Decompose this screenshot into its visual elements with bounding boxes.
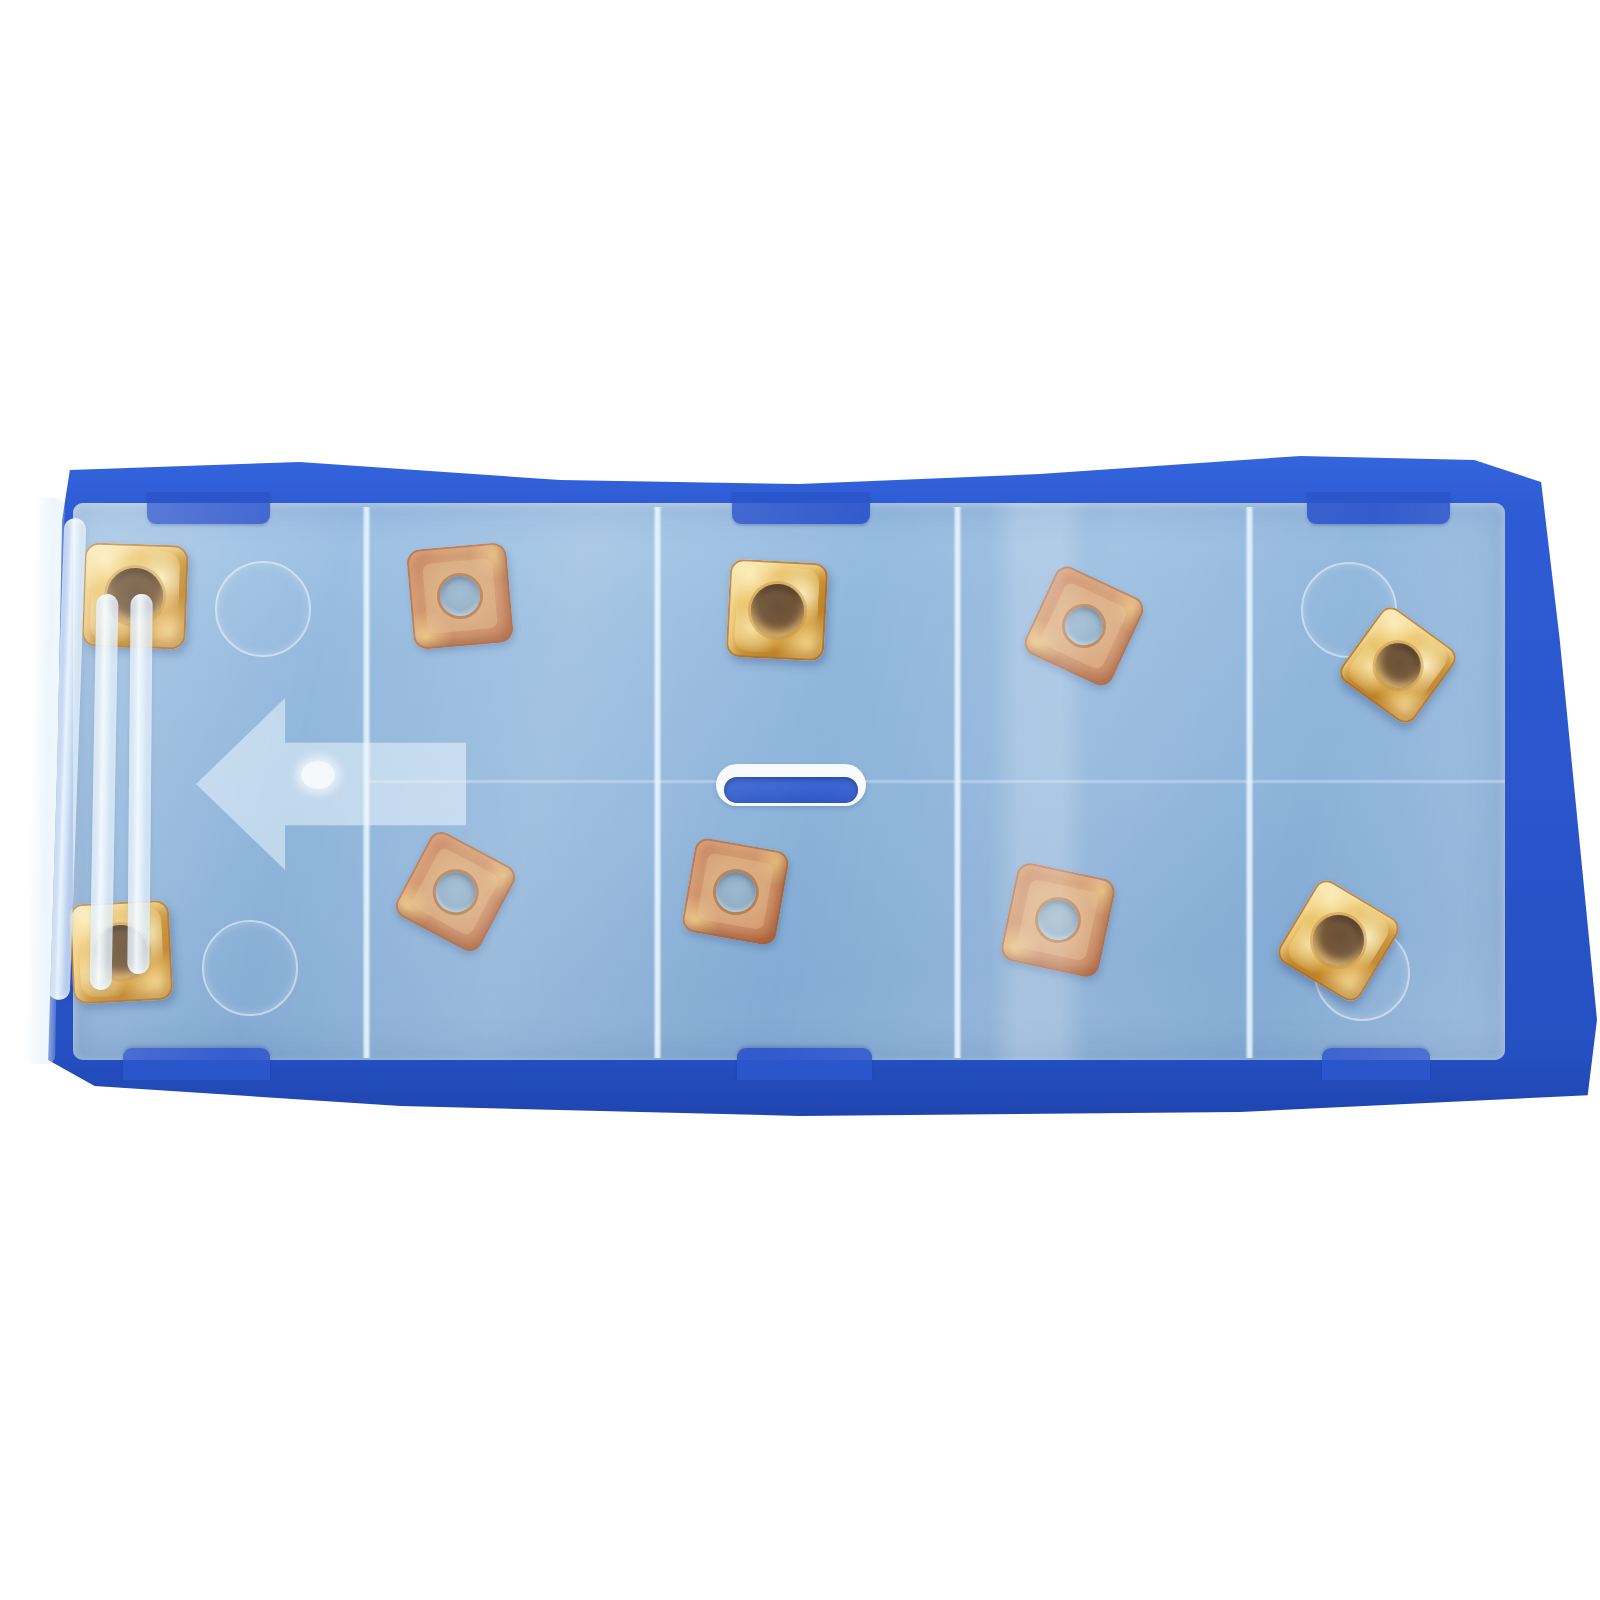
lid-sheen bbox=[73, 503, 1505, 1060]
insert-box bbox=[45, 452, 1597, 1120]
product-photo bbox=[0, 0, 1600, 1600]
